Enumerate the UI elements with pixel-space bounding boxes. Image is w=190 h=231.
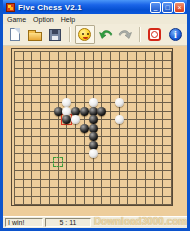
- black-stone: [62, 115, 71, 124]
- board-cursor[interactable]: [53, 157, 63, 167]
- menu-option[interactable]: Option: [33, 16, 54, 23]
- white-stone: [89, 149, 98, 158]
- undo-arrow-icon: [98, 29, 113, 41]
- watermark-text: Download3000.com: [94, 216, 187, 227]
- white-stone: [89, 98, 98, 107]
- grid-line: [14, 204, 172, 205]
- app-icon: [6, 3, 15, 12]
- toolbar-separator: [139, 27, 141, 42]
- game-board[interactable]: [3, 46, 187, 216]
- grid-line: [14, 162, 172, 163]
- redo-button[interactable]: [116, 25, 135, 44]
- open-folder-icon: [28, 32, 42, 41]
- menu-bar: Game Option Help: [3, 14, 187, 24]
- white-stone: [62, 98, 71, 107]
- status-score: 5 : 11: [45, 218, 91, 227]
- toolbar-separator: [69, 27, 71, 42]
- window-title: Five Chess V2.1: [18, 3, 150, 12]
- status-message: I win!: [5, 218, 43, 227]
- save-button[interactable]: [46, 25, 65, 44]
- new-game-button[interactable]: [5, 25, 24, 44]
- toolbar: i: [3, 24, 187, 46]
- white-stone: [115, 98, 124, 107]
- grid-line: [145, 51, 146, 205]
- smiley-face-icon: [78, 28, 91, 41]
- grid-line: [14, 179, 172, 180]
- grid-line: [154, 51, 155, 205]
- black-stone: [89, 115, 98, 124]
- redo-arrow-icon: [118, 29, 133, 41]
- title-bar[interactable]: Five Chess V2.1 – □ ×: [3, 0, 187, 14]
- mood-button[interactable]: [75, 25, 94, 44]
- open-button[interactable]: [25, 25, 44, 44]
- info-icon: i: [169, 28, 182, 41]
- save-floppy-icon: [49, 29, 61, 41]
- black-stone: [80, 124, 89, 133]
- white-stone: [71, 115, 80, 124]
- undo-button[interactable]: [96, 25, 115, 44]
- board-grid[interactable]: [14, 51, 172, 205]
- white-stone: [115, 115, 124, 124]
- black-stone: [80, 107, 89, 116]
- close-button[interactable]: ×: [174, 2, 185, 13]
- about-button[interactable]: i: [166, 25, 185, 44]
- grid-line: [14, 196, 172, 197]
- grid-line: [14, 170, 172, 171]
- menu-help[interactable]: Help: [61, 16, 75, 23]
- stop-button[interactable]: [145, 25, 164, 44]
- stop-icon: [148, 28, 161, 41]
- grid-line: [101, 51, 102, 205]
- grid-line: [136, 51, 137, 205]
- black-stone: [97, 107, 106, 116]
- grid-line: [110, 51, 111, 205]
- minimize-button[interactable]: –: [150, 2, 161, 13]
- grid-line: [119, 51, 120, 205]
- status-bar: I win! 5 : 11 Download3000.com: [3, 216, 187, 228]
- grid-line: [14, 187, 172, 188]
- black-stone: [89, 132, 98, 141]
- grid-line: [171, 51, 172, 205]
- new-document-icon: [10, 28, 20, 41]
- maximize-button[interactable]: □: [162, 2, 173, 13]
- grid-line: [127, 51, 128, 205]
- app-window: Five Chess V2.1 – □ × Game Option Help i: [0, 0, 190, 231]
- menu-game[interactable]: Game: [7, 16, 26, 23]
- grid-line: [162, 51, 163, 205]
